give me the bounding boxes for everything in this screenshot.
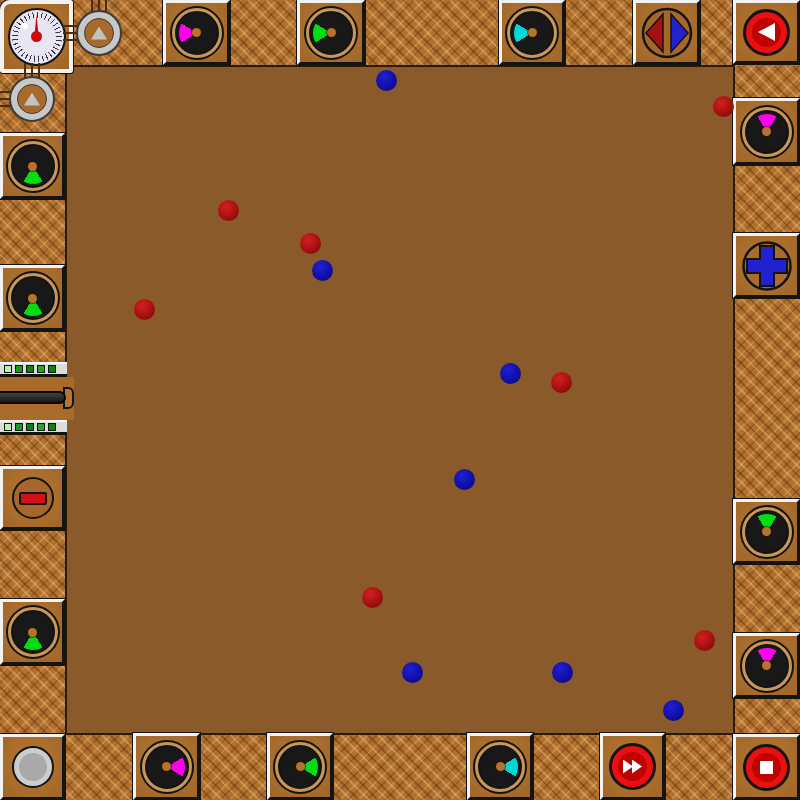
led-indicator bbox=[48, 423, 56, 431]
marble-red bbox=[551, 372, 572, 393]
square-stop-icon bbox=[760, 761, 773, 774]
led-indicator bbox=[37, 365, 45, 373]
fast-forward-button[interactable] bbox=[609, 743, 656, 790]
marble-blue bbox=[454, 469, 475, 490]
marble-red bbox=[713, 96, 734, 117]
spinner-hub bbox=[327, 28, 336, 37]
spinner-tile-magenta-up[interactable] bbox=[733, 98, 800, 165]
spinner-hub bbox=[762, 661, 771, 670]
marble-red bbox=[694, 630, 715, 651]
spinner-wheel bbox=[6, 605, 60, 659]
marble-blue bbox=[376, 70, 397, 91]
spinner-wheel bbox=[505, 6, 559, 60]
spinner-hub bbox=[496, 762, 505, 771]
back-button[interactable] bbox=[743, 9, 790, 56]
spinner-wheel bbox=[170, 6, 224, 60]
stop-button-tile[interactable] bbox=[733, 734, 800, 800]
spinner-tile-green-down[interactable] bbox=[0, 265, 65, 331]
spinner-wheel bbox=[6, 271, 60, 325]
spinner-hub bbox=[28, 162, 37, 171]
spinner-tile-green-down[interactable] bbox=[0, 133, 65, 199]
minus-icon bbox=[19, 492, 47, 505]
marble-blue bbox=[402, 662, 423, 683]
ff-triangle bbox=[623, 760, 633, 774]
led-indicator bbox=[37, 423, 45, 431]
pressure-gauge-tile bbox=[0, 0, 73, 73]
led-indicator bbox=[48, 365, 56, 373]
blank-button-tile[interactable] bbox=[0, 734, 65, 800]
spinner-tile-green-left[interactable] bbox=[297, 0, 365, 65]
spinner-wheel bbox=[740, 505, 794, 559]
spinner-hub bbox=[162, 762, 171, 771]
spinner-tile-green-up[interactable] bbox=[733, 499, 800, 564]
triangle-up-icon bbox=[24, 93, 40, 106]
spinner-hub bbox=[296, 762, 305, 771]
plus-tile[interactable] bbox=[733, 233, 800, 298]
spinner-tile-green-right[interactable] bbox=[267, 733, 333, 800]
marble-red bbox=[134, 299, 155, 320]
pressure-gauge bbox=[8, 8, 66, 66]
marble-red bbox=[300, 233, 321, 254]
led-indicator bbox=[15, 423, 23, 431]
marble-blue bbox=[552, 662, 573, 683]
frame-bottom bbox=[0, 734, 800, 800]
toggle-icon bbox=[639, 5, 695, 61]
spinner-hub bbox=[528, 28, 537, 37]
slider-handle[interactable] bbox=[0, 391, 66, 404]
stop-button[interactable] bbox=[743, 744, 790, 791]
valve-dial bbox=[9, 76, 55, 122]
spinner-tile-cyan-left[interactable] bbox=[499, 0, 565, 65]
spinner-hub bbox=[28, 628, 37, 637]
spinner-wheel bbox=[6, 139, 60, 193]
marble-machine-frame bbox=[0, 0, 800, 800]
slider-housing bbox=[0, 377, 74, 420]
marble-blue bbox=[500, 363, 521, 384]
marble-red bbox=[218, 200, 239, 221]
spinner-wheel bbox=[304, 6, 358, 60]
valve-ring bbox=[76, 10, 122, 56]
spinner-hub bbox=[192, 28, 201, 37]
led-indicator bbox=[4, 365, 12, 373]
spinner-tile-cyan-right[interactable] bbox=[467, 733, 533, 800]
minus-tile[interactable] bbox=[0, 466, 65, 530]
spinner-wheel bbox=[740, 105, 794, 159]
led-indicator bbox=[15, 365, 23, 373]
back-button-tile[interactable] bbox=[733, 0, 800, 64]
gauge-glint bbox=[21, 23, 28, 29]
valve-ring bbox=[9, 76, 55, 122]
playfield[interactable] bbox=[65, 65, 735, 735]
red-blue-toggle-tile[interactable] bbox=[633, 0, 700, 65]
spinner-hub bbox=[762, 527, 771, 536]
marble-blue bbox=[663, 700, 684, 721]
blank-button[interactable] bbox=[12, 746, 54, 788]
plus-icon bbox=[739, 238, 795, 294]
spinner-tile-magenta-up[interactable] bbox=[733, 633, 800, 698]
spinner-hub bbox=[762, 127, 771, 136]
triangle-up-icon bbox=[91, 27, 107, 40]
minus-circle bbox=[12, 477, 54, 519]
valve-face bbox=[84, 18, 114, 48]
spinner-wheel bbox=[473, 740, 527, 794]
spinner-tile-magenta-right[interactable] bbox=[133, 733, 200, 800]
led-indicator-strip bbox=[0, 420, 67, 435]
fast-forward-icon bbox=[623, 760, 642, 774]
gauge-hub bbox=[31, 31, 42, 42]
ff-triangle bbox=[632, 760, 642, 774]
spinner-wheel bbox=[273, 740, 327, 794]
led-indicator bbox=[26, 365, 34, 373]
button-inner-ring bbox=[19, 753, 47, 781]
led-indicator bbox=[4, 423, 12, 431]
spinner-wheel bbox=[740, 639, 794, 693]
led-indicator-strip bbox=[0, 362, 67, 377]
valve-face bbox=[17, 84, 47, 114]
fast-forward-button-tile[interactable] bbox=[600, 733, 665, 800]
marble-red bbox=[362, 587, 383, 608]
spinner-tile-magenta-left[interactable] bbox=[163, 0, 230, 65]
led-indicator bbox=[26, 423, 34, 431]
spinner-tile-green-down[interactable] bbox=[0, 599, 65, 665]
marble-blue bbox=[312, 260, 333, 281]
spinner-wheel bbox=[140, 740, 194, 794]
valve-dial bbox=[76, 10, 122, 56]
spinner-hub bbox=[28, 294, 37, 303]
